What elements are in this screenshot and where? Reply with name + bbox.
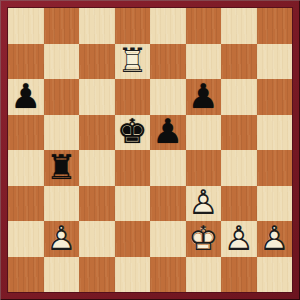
square-f6[interactable]: ♟: [186, 79, 222, 115]
white-pawn-glyph: ♙: [188, 186, 218, 220]
square-c1[interactable]: [79, 257, 115, 293]
black-pawn-glyph: ♟: [11, 79, 41, 113]
white-pawn-glyph: ♙: [46, 221, 76, 255]
square-a8[interactable]: [8, 8, 44, 44]
square-g8[interactable]: [221, 8, 257, 44]
square-b8[interactable]: [44, 8, 80, 44]
square-a4[interactable]: [8, 150, 44, 186]
square-e7[interactable]: [150, 44, 186, 80]
square-d6[interactable]: [115, 79, 151, 115]
piece-white-pawn-h2[interactable]: ♟♙: [257, 221, 293, 257]
square-d1[interactable]: [115, 257, 151, 293]
square-h7[interactable]: [257, 44, 293, 80]
square-g2[interactable]: ♟♙: [221, 221, 257, 257]
square-h1[interactable]: [257, 257, 293, 293]
chessboard: ♜♖♟♟♚♟♜♟♙♟♙♚♔♟♙♟♙: [8, 8, 292, 292]
square-f1[interactable]: [186, 257, 222, 293]
black-pawn-glyph: ♟: [188, 79, 218, 113]
square-a5[interactable]: [8, 115, 44, 151]
square-h4[interactable]: [257, 150, 293, 186]
square-h8[interactable]: [257, 8, 293, 44]
square-a7[interactable]: [8, 44, 44, 80]
board-frame: ♜♖♟♟♚♟♜♟♙♟♙♚♔♟♙♟♙: [0, 0, 300, 300]
black-pawn-glyph: ♟: [153, 115, 183, 149]
square-h6[interactable]: [257, 79, 293, 115]
square-f4[interactable]: [186, 150, 222, 186]
square-c6[interactable]: [79, 79, 115, 115]
square-e5[interactable]: ♟: [150, 115, 186, 151]
square-d8[interactable]: [115, 8, 151, 44]
piece-white-pawn-g2[interactable]: ♟♙: [221, 221, 257, 257]
square-e2[interactable]: [150, 221, 186, 257]
square-b7[interactable]: [44, 44, 80, 80]
square-c8[interactable]: [79, 8, 115, 44]
square-h3[interactable]: [257, 186, 293, 222]
piece-white-king-f2[interactable]: ♚♔: [186, 221, 222, 257]
square-e1[interactable]: [150, 257, 186, 293]
square-b1[interactable]: [44, 257, 80, 293]
black-rook-glyph: ♜: [46, 150, 76, 184]
square-d4[interactable]: [115, 150, 151, 186]
white-pawn-glyph: ♙: [224, 221, 254, 255]
square-f8[interactable]: [186, 8, 222, 44]
square-e6[interactable]: [150, 79, 186, 115]
square-f2[interactable]: ♚♔: [186, 221, 222, 257]
square-e3[interactable]: [150, 186, 186, 222]
piece-black-rook-b4[interactable]: ♜: [44, 150, 80, 186]
square-g1[interactable]: [221, 257, 257, 293]
square-b3[interactable]: [44, 186, 80, 222]
chess-diagram: ♜♖♟♟♚♟♜♟♙♟♙♚♔♟♙♟♙: [0, 0, 300, 300]
square-b4[interactable]: ♜: [44, 150, 80, 186]
square-b2[interactable]: ♟♙: [44, 221, 80, 257]
black-king-glyph: ♚: [117, 115, 147, 149]
square-c5[interactable]: [79, 115, 115, 151]
white-pawn-glyph: ♙: [259, 221, 289, 255]
piece-black-pawn-e5[interactable]: ♟: [150, 115, 186, 151]
square-g6[interactable]: [221, 79, 257, 115]
piece-white-pawn-b2[interactable]: ♟♙: [44, 221, 80, 257]
square-e8[interactable]: [150, 8, 186, 44]
square-a3[interactable]: [8, 186, 44, 222]
square-c4[interactable]: [79, 150, 115, 186]
square-g7[interactable]: [221, 44, 257, 80]
piece-black-pawn-a6[interactable]: ♟: [8, 79, 44, 115]
square-a1[interactable]: [8, 257, 44, 293]
square-a2[interactable]: [8, 221, 44, 257]
piece-black-king-d5[interactable]: ♚: [115, 115, 151, 151]
square-g3[interactable]: [221, 186, 257, 222]
square-d7[interactable]: ♜♖: [115, 44, 151, 80]
square-a6[interactable]: ♟: [8, 79, 44, 115]
square-h2[interactable]: ♟♙: [257, 221, 293, 257]
square-b5[interactable]: [44, 115, 80, 151]
white-rook-glyph: ♖: [117, 44, 147, 78]
piece-white-rook-d7[interactable]: ♜♖: [115, 44, 151, 80]
piece-black-pawn-f6[interactable]: ♟: [186, 79, 222, 115]
square-b6[interactable]: [44, 79, 80, 115]
square-d3[interactable]: [115, 186, 151, 222]
square-h5[interactable]: [257, 115, 293, 151]
piece-white-pawn-f3[interactable]: ♟♙: [186, 186, 222, 222]
square-c7[interactable]: [79, 44, 115, 80]
square-f7[interactable]: [186, 44, 222, 80]
square-d2[interactable]: [115, 221, 151, 257]
square-c2[interactable]: [79, 221, 115, 257]
square-f5[interactable]: [186, 115, 222, 151]
square-e4[interactable]: [150, 150, 186, 186]
square-d5[interactable]: ♚: [115, 115, 151, 151]
square-c3[interactable]: [79, 186, 115, 222]
square-f3[interactable]: ♟♙: [186, 186, 222, 222]
white-king-glyph: ♔: [188, 221, 218, 255]
square-g4[interactable]: [221, 150, 257, 186]
square-g5[interactable]: [221, 115, 257, 151]
